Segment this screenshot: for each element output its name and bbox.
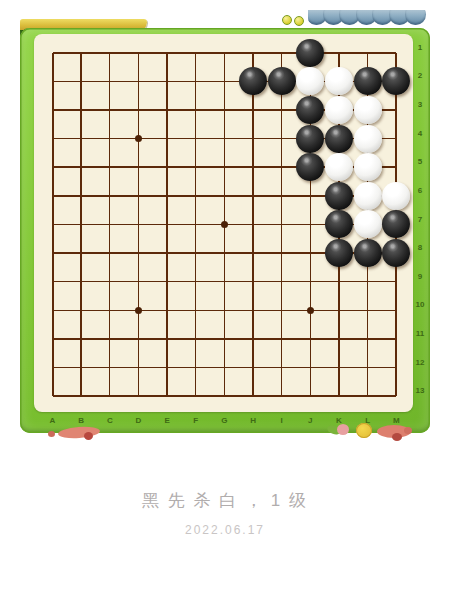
- board-intersection-A11[interactable]: [38, 325, 67, 354]
- petal-icon: [84, 432, 93, 440]
- board-intersection-L11[interactable]: [353, 325, 382, 354]
- board-intersection-J6[interactable]: [296, 182, 325, 211]
- board-intersection-J4[interactable]: [296, 124, 325, 153]
- board-intersection-G8[interactable]: [210, 239, 239, 268]
- board-intersection-D7[interactable]: [124, 210, 153, 239]
- star-point-D4: [135, 135, 142, 142]
- board-intersection-G7[interactable]: [210, 210, 239, 239]
- board-intersection-A4[interactable]: [38, 124, 67, 153]
- board-intersection-F9[interactable]: [181, 267, 210, 296]
- column-label-F: F: [189, 415, 203, 427]
- board-intersection-A6[interactable]: [38, 182, 67, 211]
- column-label-H: H: [246, 415, 260, 427]
- board-intersection-A1[interactable]: [38, 38, 67, 67]
- board-intersection-D13[interactable]: [124, 382, 153, 411]
- board-intersection-I1[interactable]: [267, 38, 296, 67]
- star-point-J10: [307, 307, 314, 314]
- board-intersection-E4[interactable]: [153, 124, 182, 153]
- board-intersection-J3[interactable]: [296, 96, 325, 125]
- board-intersection-H7[interactable]: [239, 210, 268, 239]
- board-intersection-I3[interactable]: [267, 96, 296, 125]
- board-intersection-I8[interactable]: [267, 239, 296, 268]
- board-intersection-F11[interactable]: [181, 325, 210, 354]
- board-intersection-B1[interactable]: [67, 38, 96, 67]
- board-intersection-M4[interactable]: [382, 124, 411, 153]
- app-screen: ABCDEFGHIJKLM12345678910111213 黑 先 杀 白 ，…: [0, 0, 450, 600]
- column-label-I: I: [275, 415, 289, 427]
- board-intersection-I12[interactable]: [267, 353, 296, 382]
- board-intersection-D11[interactable]: [124, 325, 153, 354]
- board-intersection-K10[interactable]: [325, 296, 354, 325]
- board-intersection-E1[interactable]: [153, 38, 182, 67]
- board-intersection-I2[interactable]: [267, 67, 296, 96]
- white-stone-K3: [325, 96, 353, 124]
- board-intersection-C1[interactable]: [95, 38, 124, 67]
- board-intersection-L8[interactable]: [353, 239, 382, 268]
- board-intersection-L3[interactable]: [353, 96, 382, 125]
- board-intersection-B3[interactable]: [67, 96, 96, 125]
- board-intersection-F13[interactable]: [181, 382, 210, 411]
- board-intersection-D1[interactable]: [124, 38, 153, 67]
- board-intersection-A13[interactable]: [38, 382, 67, 411]
- board-intersection-J1[interactable]: [296, 38, 325, 67]
- white-stone-K2: [325, 67, 353, 95]
- board-intersection-G9[interactable]: [210, 267, 239, 296]
- board-intersection-L7[interactable]: [353, 210, 382, 239]
- goban-grid: [38, 38, 410, 410]
- board-intersection-H13[interactable]: [239, 382, 268, 411]
- board-intersection-J10[interactable]: [296, 296, 325, 325]
- board-intersection-C2[interactable]: [95, 67, 124, 96]
- row-label-7: 7: [412, 214, 428, 226]
- board-intersection-K11[interactable]: [325, 325, 354, 354]
- board-intersection-F8[interactable]: [181, 239, 210, 268]
- board-intersection-B13[interactable]: [67, 382, 96, 411]
- board-intersection-G12[interactable]: [210, 353, 239, 382]
- black-stone-H2: [239, 67, 267, 95]
- board-intersection-F12[interactable]: [181, 353, 210, 382]
- board-intersection-I9[interactable]: [267, 267, 296, 296]
- board-intersection-B11[interactable]: [67, 325, 96, 354]
- board-intersection-K5[interactable]: [325, 153, 354, 182]
- board-intersection-C11[interactable]: [95, 325, 124, 354]
- board-intersection-L4[interactable]: [353, 124, 382, 153]
- board-intersection-F4[interactable]: [181, 124, 210, 153]
- white-stone-L6: [354, 182, 382, 210]
- board-intersection-C6[interactable]: [95, 182, 124, 211]
- column-label-B: B: [74, 415, 88, 427]
- board-intersection-C12[interactable]: [95, 353, 124, 382]
- board-intersection-J12[interactable]: [296, 353, 325, 382]
- puzzle-caption: 黑 先 杀 白 ， 1 级: [0, 489, 450, 512]
- black-stone-K4: [325, 125, 353, 153]
- board-intersection-A9[interactable]: [38, 267, 67, 296]
- petal-icon: [48, 431, 55, 437]
- board-intersection-C10[interactable]: [95, 296, 124, 325]
- board-intersection-L5[interactable]: [353, 153, 382, 182]
- board-intersection-A5[interactable]: [38, 153, 67, 182]
- board-intersection-J9[interactable]: [296, 267, 325, 296]
- board-intersection-K7[interactable]: [325, 210, 354, 239]
- column-label-D: D: [131, 415, 145, 427]
- board-intersection-H11[interactable]: [239, 325, 268, 354]
- board-intersection-K9[interactable]: [325, 267, 354, 296]
- star-point-D10: [135, 307, 142, 314]
- board-intersection-B4[interactable]: [67, 124, 96, 153]
- board-intersection-F6[interactable]: [181, 182, 210, 211]
- board-intersection-K1[interactable]: [325, 38, 354, 67]
- white-stone-L7: [354, 210, 382, 238]
- board-intersection-F1[interactable]: [181, 38, 210, 67]
- board-intersection-K3[interactable]: [325, 96, 354, 125]
- board-intersection-E8[interactable]: [153, 239, 182, 268]
- board-intersection-B7[interactable]: [67, 210, 96, 239]
- board-intersection-A2[interactable]: [38, 67, 67, 96]
- board-intersection-C13[interactable]: [95, 382, 124, 411]
- board-intersection-D8[interactable]: [124, 239, 153, 268]
- flower-icon: [356, 423, 372, 438]
- board-intersection-K6[interactable]: [325, 182, 354, 211]
- board-intersection-H1[interactable]: [239, 38, 268, 67]
- board-intersection-J7[interactable]: [296, 210, 325, 239]
- board-intersection-G13[interactable]: [210, 382, 239, 411]
- black-stone-J4: [296, 125, 324, 153]
- board-intersection-M3[interactable]: [382, 96, 411, 125]
- board-intersection-I5[interactable]: [267, 153, 296, 182]
- board-intersection-D4[interactable]: [124, 124, 153, 153]
- board-intersection-H5[interactable]: [239, 153, 268, 182]
- board-intersection-E2[interactable]: [153, 67, 182, 96]
- board-intersection-C3[interactable]: [95, 96, 124, 125]
- board-intersection-B8[interactable]: [67, 239, 96, 268]
- bead-banner-icon: [308, 10, 427, 26]
- board-intersection-G11[interactable]: [210, 325, 239, 354]
- board-intersection-M5[interactable]: [382, 153, 411, 182]
- white-stone-L3: [354, 96, 382, 124]
- black-stone-M7: [382, 210, 410, 238]
- board-intersection-M11[interactable]: [382, 325, 411, 354]
- board-intersection-F2[interactable]: [181, 67, 210, 96]
- row-label-3: 3: [412, 99, 428, 111]
- board-intersection-A3[interactable]: [38, 96, 67, 125]
- board-intersection-L13[interactable]: [353, 382, 382, 411]
- row-label-5: 5: [412, 156, 428, 168]
- black-stone-J1: [296, 39, 324, 67]
- row-label-11: 11: [412, 328, 428, 340]
- row-label-8: 8: [412, 242, 428, 254]
- board-intersection-C7[interactable]: [95, 210, 124, 239]
- board-intersection-E7[interactable]: [153, 210, 182, 239]
- white-stone-L4: [354, 125, 382, 153]
- board-intersection-M12[interactable]: [382, 353, 411, 382]
- board-intersection-I4[interactable]: [267, 124, 296, 153]
- board-intersection-G2[interactable]: [210, 67, 239, 96]
- row-label-6: 6: [412, 185, 428, 197]
- black-stone-L2: [354, 67, 382, 95]
- white-stone-K5: [325, 153, 353, 181]
- row-label-13: 13: [412, 385, 428, 397]
- board-intersection-D9[interactable]: [124, 267, 153, 296]
- board-intersection-I13[interactable]: [267, 382, 296, 411]
- black-stone-M2: [382, 67, 410, 95]
- board-intersection-H4[interactable]: [239, 124, 268, 153]
- puzzle-date: 2022.06.17: [0, 523, 450, 537]
- board-intersection-K8[interactable]: [325, 239, 354, 268]
- board-intersection-M10[interactable]: [382, 296, 411, 325]
- board-intersection-G1[interactable]: [210, 38, 239, 67]
- board-intersection-E5[interactable]: [153, 153, 182, 182]
- board-intersection-E13[interactable]: [153, 382, 182, 411]
- row-label-2: 2: [412, 70, 428, 82]
- board-intersection-L6[interactable]: [353, 182, 382, 211]
- board-intersection-K2[interactable]: [325, 67, 354, 96]
- board-intersection-M8[interactable]: [382, 239, 411, 268]
- black-stone-K6: [325, 182, 353, 210]
- board-intersection-L10[interactable]: [353, 296, 382, 325]
- board-intersection-H10[interactable]: [239, 296, 268, 325]
- row-label-1: 1: [412, 42, 428, 54]
- column-label-A: A: [46, 415, 60, 427]
- board-intersection-C9[interactable]: [95, 267, 124, 296]
- row-label-9: 9: [412, 271, 428, 283]
- column-label-J: J: [303, 415, 317, 427]
- column-label-G: G: [217, 415, 231, 427]
- petal-icon: [392, 433, 402, 441]
- black-stone-I2: [268, 67, 296, 95]
- board-intersection-B6[interactable]: [67, 182, 96, 211]
- board-intersection-C8[interactable]: [95, 239, 124, 268]
- board-intersection-E9[interactable]: [153, 267, 182, 296]
- board-intersection-K13[interactable]: [325, 382, 354, 411]
- board-intersection-I7[interactable]: [267, 210, 296, 239]
- row-label-10: 10: [412, 299, 428, 311]
- petal-icon: [337, 424, 349, 435]
- board-intersection-M6[interactable]: [382, 182, 411, 211]
- board-intersection-D5[interactable]: [124, 153, 153, 182]
- board-intersection-E12[interactable]: [153, 353, 182, 382]
- board-intersection-J13[interactable]: [296, 382, 325, 411]
- row-label-4: 4: [412, 128, 428, 140]
- board-intersection-J11[interactable]: [296, 325, 325, 354]
- board-intersection-A8[interactable]: [38, 239, 67, 268]
- board-intersection-J8[interactable]: [296, 239, 325, 268]
- board-intersection-H9[interactable]: [239, 267, 268, 296]
- board-intersection-I6[interactable]: [267, 182, 296, 211]
- board-intersection-L1[interactable]: [353, 38, 382, 67]
- black-stone-L8: [354, 239, 382, 267]
- board-intersection-M2[interactable]: [382, 67, 411, 96]
- board-intersection-B12[interactable]: [67, 353, 96, 382]
- board-intersection-F5[interactable]: [181, 153, 210, 182]
- board-intersection-H12[interactable]: [239, 353, 268, 382]
- board-intersection-A12[interactable]: [38, 353, 67, 382]
- board-intersection-L9[interactable]: [353, 267, 382, 296]
- board-intersection-L2[interactable]: [353, 67, 382, 96]
- board-intersection-E10[interactable]: [153, 296, 182, 325]
- board-intersection-D2[interactable]: [124, 67, 153, 96]
- board-intersection-B9[interactable]: [67, 267, 96, 296]
- row-label-12: 12: [412, 357, 428, 369]
- board-intersection-F10[interactable]: [181, 296, 210, 325]
- board-intersection-M7[interactable]: [382, 210, 411, 239]
- board-intersection-F7[interactable]: [181, 210, 210, 239]
- board-intersection-I11[interactable]: [267, 325, 296, 354]
- black-stone-M8: [382, 239, 410, 267]
- board-intersection-E11[interactable]: [153, 325, 182, 354]
- bead-icon: [405, 10, 426, 25]
- board-intersection-G4[interactable]: [210, 124, 239, 153]
- board-intersection-G3[interactable]: [210, 96, 239, 125]
- board-intersection-A7[interactable]: [38, 210, 67, 239]
- board-intersection-M13[interactable]: [382, 382, 411, 411]
- white-stone-M6: [382, 182, 410, 210]
- petal-icon: [404, 427, 412, 434]
- column-label-C: C: [103, 415, 117, 427]
- board-intersection-K4[interactable]: [325, 124, 354, 153]
- board-intersection-D10[interactable]: [124, 296, 153, 325]
- mascot-eye-icon: [282, 15, 292, 25]
- board-intersection-E6[interactable]: [153, 182, 182, 211]
- board-intersection-G6[interactable]: [210, 182, 239, 211]
- board-intersection-C4[interactable]: [95, 124, 124, 153]
- board-intersection-H6[interactable]: [239, 182, 268, 211]
- board-intersection-D3[interactable]: [124, 96, 153, 125]
- board-intersection-B2[interactable]: [67, 67, 96, 96]
- mascot-eye-icon: [294, 16, 304, 26]
- board-intersection-G5[interactable]: [210, 153, 239, 182]
- white-stone-J2: [296, 67, 324, 95]
- board-intersection-J2[interactable]: [296, 67, 325, 96]
- board-intersection-H8[interactable]: [239, 239, 268, 268]
- board-intersection-H3[interactable]: [239, 96, 268, 125]
- black-stone-J5: [296, 153, 324, 181]
- board-intersection-B5[interactable]: [67, 153, 96, 182]
- board-intersection-D12[interactable]: [124, 353, 153, 382]
- board-intersection-I10[interactable]: [267, 296, 296, 325]
- board-intersection-C5[interactable]: [95, 153, 124, 182]
- board-intersection-D6[interactable]: [124, 182, 153, 211]
- board-intersection-M9[interactable]: [382, 267, 411, 296]
- column-label-E: E: [160, 415, 174, 427]
- black-stone-K7: [325, 210, 353, 238]
- board-intersection-M1[interactable]: [382, 38, 411, 67]
- board-intersection-A10[interactable]: [38, 296, 67, 325]
- board-intersection-B10[interactable]: [67, 296, 96, 325]
- board-intersection-L12[interactable]: [353, 353, 382, 382]
- white-stone-L5: [354, 153, 382, 181]
- board-intersection-J5[interactable]: [296, 153, 325, 182]
- board-intersection-F3[interactable]: [181, 96, 210, 125]
- board-intersection-E3[interactable]: [153, 96, 182, 125]
- black-stone-K8: [325, 239, 353, 267]
- board-intersection-K12[interactable]: [325, 353, 354, 382]
- board-intersection-G10[interactable]: [210, 296, 239, 325]
- black-stone-J3: [296, 96, 324, 124]
- board-intersection-H2[interactable]: [239, 67, 268, 96]
- star-point-G7: [221, 221, 228, 228]
